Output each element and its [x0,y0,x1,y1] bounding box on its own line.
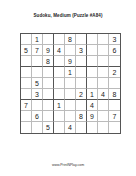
cell-r3c5: 9 [65,56,76,67]
cell-r5c5 [65,78,76,89]
cell-r7c6 [76,100,87,111]
cell-r4c5: 1 [65,67,76,78]
cell-r2c3: 9 [43,45,54,56]
cell-r6c2: 3 [32,89,43,100]
cell-r6c7: 1 [87,89,98,100]
cell-r7c1: 7 [21,100,32,111]
cell-r1c2: 1 [32,34,43,45]
cell-r4c7 [87,67,98,78]
cell-r7c9 [109,100,120,111]
cell-r2c8 [98,45,109,56]
cell-r3c9 [109,56,120,67]
cell-r8c5 [65,111,76,122]
cell-r5c4 [54,78,65,89]
cell-r6c1 [21,89,32,100]
cell-r5c9 [109,78,120,89]
cell-r4c2 [32,67,43,78]
cell-r9c9 [109,122,120,133]
footer-url: www.PrintNPlay.com [0,163,136,167]
cell-r6c8: 4 [98,89,109,100]
cell-r2c6: 3 [76,45,87,56]
cell-r8c8 [98,111,109,122]
cell-r9c4 [54,122,65,133]
cell-r9c6 [76,122,87,133]
cell-r2c7 [87,45,98,56]
cell-r2c4: 4 [54,45,65,56]
cell-r9c5: 4 [65,122,76,133]
cell-r6c4 [54,89,65,100]
cell-r8c7: 9 [87,111,98,122]
cell-r2c5 [65,45,76,56]
cell-r8c2: 6 [32,111,43,122]
cell-r7c4: 1 [54,100,65,111]
cell-r3c2 [32,56,43,67]
cell-r9c2 [32,122,43,133]
cell-r1c3 [43,34,54,45]
cell-r4c1 [21,67,32,78]
cell-r2c1: 5 [21,45,32,56]
cell-r7c2 [32,100,43,111]
cell-r1c6 [76,34,87,45]
cell-r3c3: 8 [43,56,54,67]
cell-r6c5 [65,89,76,100]
cell-r3c6 [76,56,87,67]
cell-r9c8 [98,122,109,133]
cell-r7c8 [98,100,109,111]
cell-r6c6: 2 [76,89,87,100]
printable-sudoku-page: { "game": "sudoku", "difficulty": "Mediu… [0,0,136,176]
page-title: Sudoku, Medium (Puzzle #A84) [0,13,136,18]
cell-r5c7 [87,78,98,89]
cell-r2c2: 7 [32,45,43,56]
cell-r2c9: 6 [109,45,120,56]
cell-r7c7: 4 [87,100,98,111]
cell-r3c4 [54,56,65,67]
cell-r5c3 [43,78,54,89]
cell-r4c3 [43,67,54,78]
cell-r8c1 [21,111,32,122]
cell-r8c4 [54,111,65,122]
cell-r8c6: 8 [76,111,87,122]
cell-r8c9: 7 [109,111,120,122]
cell-r1c1 [21,34,32,45]
cell-r5c6 [76,78,87,89]
cell-r5c8 [98,78,109,89]
cell-r7c5 [65,100,76,111]
cell-r1c8 [98,34,109,45]
cell-r1c7 [87,34,98,45]
cell-r3c8 [98,56,109,67]
cell-r4c6 [76,67,87,78]
cell-r3c1 [21,56,32,67]
cell-r3c7 [87,56,98,67]
cell-r5c2: 5 [32,78,43,89]
cell-r4c8 [98,67,109,78]
cell-r1c5: 8 [65,34,76,45]
cell-r1c9: 3 [109,34,120,45]
cell-r9c1 [21,122,32,133]
cell-r1c4 [54,34,65,45]
cell-r8c3 [43,111,54,122]
cell-r6c9: 8 [109,89,120,100]
cell-r4c4 [54,67,65,78]
cell-r9c7 [87,122,98,133]
cell-r5c1 [21,78,32,89]
sudoku-grid: 1835794368912532148714689754 [20,33,121,134]
cell-r7c3 [43,100,54,111]
cell-r9c3: 5 [43,122,54,133]
cell-r4c9: 2 [109,67,120,78]
cell-r6c3 [43,89,54,100]
